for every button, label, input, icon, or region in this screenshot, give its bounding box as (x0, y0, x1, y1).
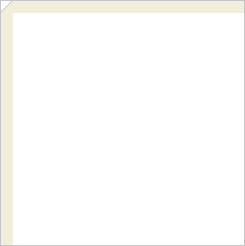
board-frame (0, 0, 245, 246)
board-grid (13, 13, 244, 245)
row-labels (1, 13, 13, 245)
column-labels (13, 1, 244, 13)
corner-bevel (1, 1, 13, 13)
